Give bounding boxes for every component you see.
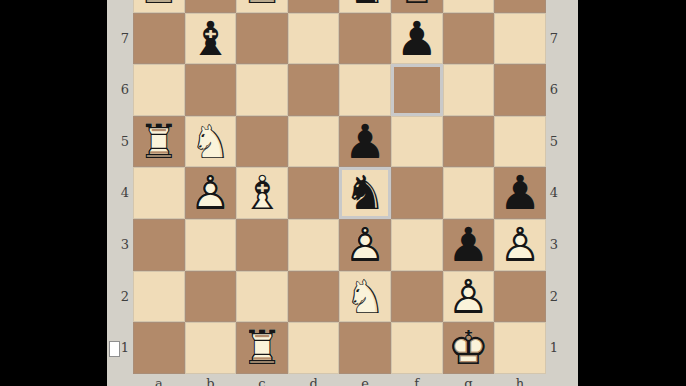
pawn-glyph: ♟ [391, 13, 443, 65]
square-c7[interactable] [236, 13, 288, 65]
square-h8[interactable] [494, 0, 546, 13]
rook-glyph: ♜ [236, 0, 288, 13]
rank-labels-left: 87654321 [107, 0, 133, 374]
pawn-outline-glyph: ♙ [185, 167, 237, 219]
square-h1[interactable] [494, 322, 546, 374]
square-h4[interactable]: ♟ [494, 167, 546, 219]
rank-label-1: 1 [546, 322, 578, 374]
square-f2[interactable] [391, 271, 443, 323]
square-e5[interactable]: ♟ [339, 116, 391, 168]
square-a3[interactable] [133, 219, 185, 271]
square-d4[interactable] [288, 167, 340, 219]
file-label-g: g [443, 374, 495, 386]
square-a5[interactable]: ♜♖ [133, 116, 185, 168]
rook-glyph: ♜ [133, 0, 185, 13]
piece-white-knight[interactable]: ♞♘ [339, 271, 391, 323]
rank-label-6: 6 [107, 64, 133, 116]
square-h2[interactable] [494, 271, 546, 323]
rank-labels-right: 87654321 [546, 0, 578, 374]
rank-label-7: 7 [546, 13, 578, 65]
square-g4[interactable] [443, 167, 495, 219]
square-c3[interactable] [236, 219, 288, 271]
file-label-a: a [133, 374, 185, 386]
letterbox-left [0, 0, 107, 386]
knight-outline-glyph: ♘ [339, 271, 391, 323]
rank-label-4: 4 [546, 167, 578, 219]
piece-black-rook[interactable]: ♜ [236, 0, 288, 13]
file-label-c: c [236, 374, 288, 386]
square-a7[interactable] [133, 13, 185, 65]
square-e8[interactable]: ♞ [339, 0, 391, 13]
square-b2[interactable] [185, 271, 237, 323]
square-b6[interactable] [185, 64, 237, 116]
piece-white-pawn[interactable]: ♟♙ [443, 271, 495, 323]
piece-white-pawn[interactable]: ♟♙ [494, 219, 546, 271]
square-b5[interactable]: ♞♘ [185, 116, 237, 168]
square-g7[interactable] [443, 13, 495, 65]
square-e2[interactable]: ♞♘ [339, 271, 391, 323]
pawn-outline-glyph: ♙ [339, 219, 391, 271]
square-c2[interactable] [236, 271, 288, 323]
rook-outline-glyph: ♖ [236, 322, 288, 374]
piece-white-bishop[interactable]: ♝♗ [236, 167, 288, 219]
square-c6[interactable] [236, 64, 288, 116]
piece-black-rook[interactable]: ♜ [133, 0, 185, 13]
rank-label-4: 4 [107, 167, 133, 219]
square-b1[interactable] [185, 322, 237, 374]
piece-black-bishop[interactable]: ♝ [185, 13, 237, 65]
square-g6[interactable] [443, 64, 495, 116]
square-c4[interactable]: ♝♗ [236, 167, 288, 219]
square-d8[interactable] [288, 0, 340, 13]
square-f5[interactable] [391, 116, 443, 168]
pawn-glyph: ♟ [494, 167, 546, 219]
rook-outline-glyph: ♖ [133, 116, 185, 168]
pawn-outline-glyph: ♙ [494, 219, 546, 271]
rank-label-2: 2 [546, 271, 578, 323]
rank-label-3: 3 [546, 219, 578, 271]
rank-label-8: 8 [107, 0, 133, 13]
bishop-glyph: ♝ [185, 13, 237, 65]
piece-white-pawn[interactable]: ♟♙ [185, 167, 237, 219]
square-h6[interactable] [494, 64, 546, 116]
file-label-f: f [391, 374, 443, 386]
chessboard-panel: 87654321 87654321 ♜♜♞♚♝♟♜♖♞♘♟♟♙♝♗♞♟♟♙♟♟♙… [107, 0, 578, 386]
file-label-e: e [339, 374, 391, 386]
square-f6[interactable] [391, 64, 443, 116]
pawn-glyph: ♟ [339, 116, 391, 168]
piece-black-knight[interactable]: ♞ [339, 0, 391, 13]
pawn-glyph: ♟ [443, 219, 495, 271]
white-box[interactable] [109, 341, 120, 357]
piece-white-rook[interactable]: ♜♖ [133, 116, 185, 168]
video-frame: 87654321 87654321 ♜♜♞♚♝♟♜♖♞♘♟♟♙♝♗♞♟♟♙♟♟♙… [0, 0, 686, 386]
rank-label-5: 5 [107, 116, 133, 168]
piece-black-pawn[interactable]: ♟ [339, 116, 391, 168]
piece-white-pawn[interactable]: ♟♙ [339, 219, 391, 271]
square-c1[interactable]: ♜♖ [236, 322, 288, 374]
square-a2[interactable] [133, 271, 185, 323]
bishop-outline-glyph: ♗ [236, 167, 288, 219]
file-labels-bottom: abcdefgh [133, 374, 546, 386]
square-f1[interactable] [391, 322, 443, 374]
square-d3[interactable] [288, 219, 340, 271]
pawn-outline-glyph: ♙ [443, 271, 495, 323]
square-f4[interactable] [391, 167, 443, 219]
square-b4[interactable]: ♟♙ [185, 167, 237, 219]
square-d6[interactable] [288, 64, 340, 116]
rank-label-2: 2 [107, 271, 133, 323]
square-f3[interactable] [391, 219, 443, 271]
rank-label-3: 3 [107, 219, 133, 271]
square-h3[interactable]: ♟♙ [494, 219, 546, 271]
rank-label-8: 8 [546, 0, 578, 13]
square-h7[interactable] [494, 13, 546, 65]
piece-black-pawn[interactable]: ♟ [391, 13, 443, 65]
square-a6[interactable] [133, 64, 185, 116]
piece-white-king[interactable]: ♚♔ [443, 322, 495, 374]
square-h5[interactable] [494, 116, 546, 168]
piece-black-pawn[interactable]: ♟ [494, 167, 546, 219]
piece-black-pawn[interactable]: ♟ [443, 219, 495, 271]
square-e6[interactable] [339, 64, 391, 116]
piece-black-knight[interactable]: ♞ [339, 167, 391, 219]
square-a8[interactable]: ♜ [133, 0, 185, 13]
square-d5[interactable] [288, 116, 340, 168]
rank-label-5: 5 [546, 116, 578, 168]
rank-label-7: 7 [107, 13, 133, 65]
square-g2[interactable]: ♟♙ [443, 271, 495, 323]
piece-white-knight[interactable]: ♞♘ [185, 116, 237, 168]
square-g8[interactable] [443, 0, 495, 13]
square-a1[interactable] [133, 322, 185, 374]
square-b7[interactable]: ♝ [185, 13, 237, 65]
file-label-b: b [185, 374, 237, 386]
square-c8[interactable]: ♜ [236, 0, 288, 13]
square-e1[interactable] [339, 322, 391, 374]
square-g5[interactable] [443, 116, 495, 168]
square-a4[interactable] [133, 167, 185, 219]
square-g1[interactable]: ♚♔ [443, 322, 495, 374]
letterbox-right [578, 0, 686, 386]
knight-glyph: ♞ [339, 0, 391, 13]
chess-board: ♜♜♞♚♝♟♜♖♞♘♟♟♙♝♗♞♟♟♙♟♟♙♞♘♟♙♜♖♚♔ [133, 0, 546, 374]
knight-glyph: ♞ [339, 167, 391, 219]
square-e7[interactable] [339, 13, 391, 65]
square-g3[interactable]: ♟ [443, 219, 495, 271]
square-f7[interactable]: ♟ [391, 13, 443, 65]
square-d1[interactable] [288, 322, 340, 374]
file-label-d: d [288, 374, 340, 386]
king-outline-glyph: ♔ [443, 322, 495, 374]
piece-white-rook[interactable]: ♜♖ [236, 322, 288, 374]
file-label-h: h [494, 374, 546, 386]
square-c5[interactable] [236, 116, 288, 168]
square-d7[interactable] [288, 13, 340, 65]
knight-outline-glyph: ♘ [185, 116, 237, 168]
rank-label-6: 6 [546, 64, 578, 116]
square-d2[interactable] [288, 271, 340, 323]
square-e3[interactable]: ♟♙ [339, 219, 391, 271]
square-e4[interactable]: ♞ [339, 167, 391, 219]
square-b3[interactable] [185, 219, 237, 271]
